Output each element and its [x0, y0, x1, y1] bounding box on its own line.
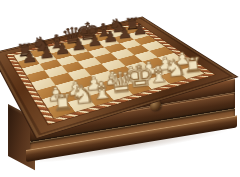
board-scene: ♜♞♝♛♚♝♞♜♟♟♟♟♟♟♟♟♟♟♟♟♟♟♟♟♜♞♝♛♚♝♞♜ — [0, 0, 240, 177]
black-pawn-g7[interactable]: ♟ — [117, 25, 133, 41]
chess-board: ♜♞♝♛♚♝♞♜♟♟♟♟♟♟♟♟♟♟♟♟♟♟♟♟♜♞♝♛♚♝♞♜ — [13, 25, 206, 119]
chess-set-photo: ♜♞♝♛♚♝♞♜♟♟♟♟♟♟♟♟♟♟♟♟♟♟♟♟♜♞♝♛♚♝♞♜ — [0, 0, 240, 177]
white-rook-a1[interactable]: ♜ — [50, 91, 74, 115]
black-pawn-b7[interactable]: ♟ — [38, 45, 55, 62]
black-pawn-a7[interactable]: ♟ — [21, 49, 39, 66]
inlay-border: ♜♞♝♛♚♝♞♜♟♟♟♟♟♟♟♟♟♟♟♟♟♟♟♟♜♞♝♛♚♝♞♜ — [5, 22, 216, 125]
chess-board-assembly: ♜♞♝♛♚♝♞♜♟♟♟♟♟♟♟♟♟♟♟♟♟♟♟♟♜♞♝♛♚♝♞♜ — [0, 16, 239, 139]
square-a1[interactable]: ♜ — [48, 102, 75, 118]
black-pawn-e7[interactable]: ♟ — [86, 33, 103, 49]
black-pawn-f7[interactable]: ♟ — [102, 29, 119, 45]
board-frame: ♜♞♝♛♚♝♞♜♟♟♟♟♟♟♟♟♟♟♟♟♟♟♟♟♜♞♝♛♚♝♞♜ — [0, 16, 239, 139]
black-pawn-h7[interactable]: ♟ — [132, 22, 148, 38]
black-pawn-c7[interactable]: ♟ — [54, 41, 71, 58]
black-pawn-d7[interactable]: ♟ — [70, 37, 87, 54]
